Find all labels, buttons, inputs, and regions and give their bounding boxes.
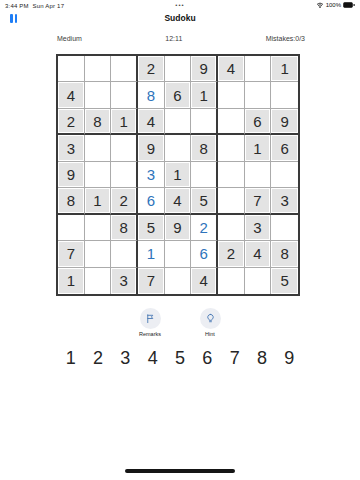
cell-r4c8[interactable]: 1 (245, 135, 272, 161)
cell-r5c2[interactable] (85, 162, 112, 188)
cell-r4c4[interactable]: 9 (138, 135, 165, 161)
cell-r4c2[interactable] (85, 135, 112, 161)
cell-r6c6[interactable]: 5 (191, 188, 218, 214)
numpad-9[interactable]: 9 (276, 346, 303, 370)
cell-r2c3[interactable] (111, 82, 138, 108)
cell-r5c8[interactable] (245, 162, 272, 188)
cell-r5c5[interactable]: 1 (165, 162, 192, 188)
cell-r9c2[interactable] (85, 268, 112, 294)
page-title: Sudoku (0, 13, 360, 23)
cell-r1c2[interactable] (85, 56, 112, 82)
cell-r5c4[interactable]: 3 (138, 162, 165, 188)
cell-r7c6[interactable]: 2 (191, 215, 218, 241)
action-buttons: Remarks Hint (0, 306, 360, 338)
cell-r7c8[interactable]: 3 (245, 215, 272, 241)
cell-r2c6[interactable]: 1 (191, 82, 218, 108)
cell-r9c3[interactable]: 3 (111, 268, 138, 294)
cell-r9c6[interactable]: 4 (191, 268, 218, 294)
battery-icon (343, 2, 355, 8)
cell-r4c1[interactable]: 3 (58, 135, 85, 161)
numpad-5[interactable]: 5 (166, 346, 193, 370)
cell-r6c4[interactable]: 6 (138, 188, 165, 214)
cell-r2c9[interactable] (271, 82, 298, 108)
cell-r8c4[interactable]: 1 (138, 241, 165, 267)
cell-r3c6[interactable] (191, 109, 218, 135)
wifi-icon (316, 2, 324, 8)
cell-r2c2[interactable] (85, 82, 112, 108)
numpad-2[interactable]: 2 (84, 346, 111, 370)
cell-r9c7[interactable] (218, 268, 245, 294)
sudoku-board: 2941486128146939816931812645738592371624… (56, 54, 300, 296)
numpad-8[interactable]: 8 (248, 346, 275, 370)
nav-bar: Sudoku (0, 12, 360, 30)
numpad-7[interactable]: 7 (221, 346, 248, 370)
difficulty-label: Medium (57, 35, 82, 42)
cell-r9c4[interactable]: 7 (138, 268, 165, 294)
cell-r4c9[interactable]: 6 (271, 135, 298, 161)
cell-r7c4[interactable]: 5 (138, 215, 165, 241)
cell-r1c3[interactable] (111, 56, 138, 82)
cell-r1c1[interactable] (58, 56, 85, 82)
battery-percent: 100% (326, 2, 341, 8)
cell-r7c7[interactable] (218, 215, 245, 241)
numpad-6[interactable]: 6 (194, 346, 221, 370)
cell-r8c5[interactable] (165, 241, 192, 267)
cell-r9c8[interactable] (245, 268, 272, 294)
mistakes-label: Mistakes:0/3 (266, 35, 305, 42)
cell-r3c5[interactable] (165, 109, 192, 135)
cell-r7c3[interactable]: 8 (111, 215, 138, 241)
cell-r1c9[interactable]: 1 (271, 56, 298, 82)
bulb-icon (205, 310, 216, 328)
cell-r1c7[interactable]: 4 (218, 56, 245, 82)
cell-r2c7[interactable] (218, 82, 245, 108)
timer-label: 12:11 (165, 35, 182, 42)
info-row: Medium 12:11 Mistakes:0/3 (57, 35, 305, 42)
remarks-label: Remarks (128, 331, 172, 337)
cell-r6c3[interactable]: 2 (111, 188, 138, 214)
cell-r7c9[interactable] (271, 215, 298, 241)
hint-button[interactable]: Hint (188, 308, 232, 337)
multitask-dots: ••• (0, 2, 360, 8)
number-pad: 123456789 (57, 346, 303, 370)
cell-r6c7[interactable] (218, 188, 245, 214)
numpad-4[interactable]: 4 (139, 346, 166, 370)
cell-r7c5[interactable]: 9 (165, 215, 192, 241)
cell-r1c5[interactable] (165, 56, 192, 82)
cell-r3c3[interactable]: 1 (111, 109, 138, 135)
cell-r8c7[interactable]: 2 (218, 241, 245, 267)
remarks-button[interactable]: Remarks (128, 308, 172, 337)
cell-r6c9[interactable]: 3 (271, 188, 298, 214)
flag-icon (145, 310, 156, 328)
cell-r8c1[interactable]: 7 (58, 241, 85, 267)
cell-r2c4[interactable]: 8 (138, 82, 165, 108)
cell-r8c2[interactable] (85, 241, 112, 267)
cell-r4c7[interactable] (218, 135, 245, 161)
cell-r6c5[interactable]: 4 (165, 188, 192, 214)
cell-r3c8[interactable]: 6 (245, 109, 272, 135)
cell-r7c2[interactable] (85, 215, 112, 241)
cell-r1c8[interactable] (245, 56, 272, 82)
cell-r3c2[interactable]: 8 (85, 109, 112, 135)
cell-r4c6[interactable]: 8 (191, 135, 218, 161)
cell-r5c7[interactable] (218, 162, 245, 188)
cell-r9c1[interactable]: 1 (58, 268, 85, 294)
cell-r8c6[interactable]: 6 (191, 241, 218, 267)
cell-r3c4[interactable]: 4 (138, 109, 165, 135)
cell-r3c9[interactable]: 9 (271, 109, 298, 135)
home-indicator[interactable] (125, 469, 235, 473)
cell-r9c5[interactable] (165, 268, 192, 294)
cell-r6c2[interactable]: 1 (85, 188, 112, 214)
cell-r8c8[interactable]: 4 (245, 241, 272, 267)
cell-r7c1[interactable] (58, 215, 85, 241)
numpad-1[interactable]: 1 (57, 346, 84, 370)
cell-r6c8[interactable]: 7 (245, 188, 272, 214)
cell-r2c8[interactable] (245, 82, 272, 108)
cell-r4c5[interactable] (165, 135, 192, 161)
cell-r8c9[interactable]: 8 (271, 241, 298, 267)
cell-r5c1[interactable]: 9 (58, 162, 85, 188)
cell-r2c1[interactable]: 4 (58, 82, 85, 108)
cell-r1c6[interactable]: 9 (191, 56, 218, 82)
cell-r3c7[interactable] (218, 109, 245, 135)
cell-r6c1[interactable]: 8 (58, 188, 85, 214)
status-bar: 3:44 PM Sun Apr 17 ••• 100% (0, 0, 360, 12)
cell-r3c1[interactable]: 2 (58, 109, 85, 135)
cell-r8c3[interactable] (111, 241, 138, 267)
cell-r5c9[interactable] (271, 162, 298, 188)
cell-r1c4[interactable]: 2 (138, 56, 165, 82)
cell-r4c3[interactable] (111, 135, 138, 161)
numpad-3[interactable]: 3 (112, 346, 139, 370)
cell-r5c6[interactable] (191, 162, 218, 188)
cell-r5c3[interactable] (111, 162, 138, 188)
hint-label: Hint (188, 331, 232, 337)
cell-r9c9[interactable]: 5 (271, 268, 298, 294)
cell-r2c5[interactable]: 6 (165, 82, 192, 108)
